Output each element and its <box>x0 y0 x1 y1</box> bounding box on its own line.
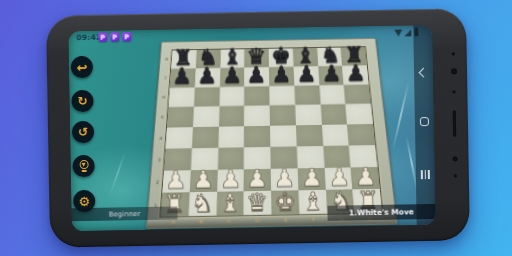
caustic-streak <box>109 151 125 194</box>
android-nav-bar <box>413 25 435 225</box>
square-e6[interactable] <box>269 86 295 106</box>
notification-app-icon: P <box>98 33 107 42</box>
notification-app-icon: P <box>122 32 131 41</box>
back-icon: ↩ <box>76 60 87 73</box>
bezel-sensor-dot <box>454 175 457 178</box>
piece-white-knight[interactable]: ♞ <box>188 191 216 216</box>
move-status-label: 1.White's Move <box>349 207 414 217</box>
square-g6[interactable] <box>319 85 346 105</box>
square-d5[interactable] <box>244 106 270 127</box>
square-b6[interactable] <box>194 87 220 107</box>
square-d7[interactable]: ♟ <box>244 67 269 86</box>
square-f4[interactable] <box>296 125 323 146</box>
square-h7[interactable]: ♟ <box>342 65 368 84</box>
square-g4[interactable] <box>321 124 348 145</box>
square-f7[interactable]: ♟ <box>293 66 319 85</box>
piece-black-pawn[interactable]: ♟ <box>194 65 219 88</box>
piece-white-bishop[interactable]: ♝ <box>216 190 244 215</box>
nav-back-button[interactable] <box>414 69 433 76</box>
rank-label: 5 <box>157 107 166 128</box>
piece-black-pawn[interactable]: ♟ <box>244 64 269 87</box>
earpiece-speaker <box>453 111 456 137</box>
rank-label: 7 <box>161 68 170 87</box>
redo-icon: ↻ <box>77 95 87 107</box>
bezel-sensor-dot <box>453 157 458 162</box>
wifi-icon <box>394 29 402 36</box>
move-status-badge: 1.White's Move <box>327 204 435 221</box>
piece-black-pawn[interactable]: ♟ <box>294 63 319 86</box>
signal-icon <box>404 29 411 36</box>
rank-label: 4 <box>156 128 166 149</box>
bezel-sensor-dot <box>452 53 455 56</box>
square-g7[interactable]: ♟ <box>318 66 344 85</box>
square-d4[interactable] <box>244 126 270 147</box>
file-label: D <box>243 216 271 225</box>
piece-black-pawn[interactable]: ♟ <box>319 62 344 85</box>
square-c5[interactable] <box>218 106 244 127</box>
square-a7[interactable]: ♟ <box>170 68 196 87</box>
piece-black-pawn[interactable]: ♟ <box>269 63 294 86</box>
piece-white-king[interactable]: ♚ <box>271 189 299 214</box>
square-f6[interactable] <box>294 85 320 105</box>
front-camera <box>450 69 456 75</box>
square-e5[interactable] <box>270 105 296 126</box>
piece-black-pawn[interactable]: ♟ <box>219 64 244 87</box>
rank-label: 6 <box>159 87 168 107</box>
square-c1[interactable]: ♝ <box>216 192 244 216</box>
piece-black-pawn[interactable]: ♟ <box>169 65 194 88</box>
app-screen: 09:42 PPP ··· ↩↻↺⚙ ♜♞♝♛♚♝♞♜♟♟♟♟♟♟♟♟♟♟♟♟♟… <box>68 25 435 231</box>
square-d1[interactable]: ♛ <box>244 191 272 215</box>
bezel-sensor-dot <box>452 91 455 94</box>
board-squares: ♜♞♝♛♚♝♞♜♟♟♟♟♟♟♟♟♟♟♟♟♟♟♟♟♜♞♝♛♚♝♞♜ <box>160 46 384 217</box>
settings-icon: ⚙ <box>78 194 90 207</box>
chess-board[interactable]: ♜♞♝♛♚♝♞♜♟♟♟♟♟♟♟♟♟♟♟♟♟♟♟♟♜♞♝♛♚♝♞♜ ABCDEFG… <box>146 38 398 229</box>
piece-white-queen[interactable]: ♛ <box>243 190 271 215</box>
square-a5[interactable] <box>167 107 194 128</box>
board-scene: ♜♞♝♛♚♝♞♜♟♟♟♟♟♟♟♟♟♟♟♟♟♟♟♟♜♞♝♛♚♝♞♜ ABCDEFG… <box>148 32 391 220</box>
square-f1[interactable]: ♝ <box>298 190 327 214</box>
notification-app-icon: P <box>110 32 119 41</box>
undo-icon: ↺ <box>78 126 88 138</box>
square-e7[interactable]: ♟ <box>269 67 294 86</box>
hint-icon <box>79 160 88 172</box>
nav-home-button[interactable] <box>415 117 434 126</box>
square-f5[interactable] <box>295 105 322 126</box>
file-label: F <box>300 215 329 224</box>
phone-frame: 09:42 PPP ··· ↩↻↺⚙ ♜♞♝♛♚♝♞♜♟♟♟♟♟♟♟♟♟♟♟♟♟… <box>46 8 470 247</box>
square-b4[interactable] <box>192 127 219 148</box>
nav-recents-icon <box>421 170 431 179</box>
nav-back-icon <box>419 68 429 78</box>
undo-button[interactable]: ↺ <box>72 121 94 143</box>
square-b1[interactable]: ♞ <box>188 192 216 216</box>
square-e4[interactable] <box>270 125 297 146</box>
square-c6[interactable] <box>219 86 244 106</box>
file-label: B <box>187 217 215 226</box>
notification-icons: PPP <box>98 32 131 42</box>
square-d6[interactable] <box>244 86 269 106</box>
rank-label: 2 <box>152 171 162 194</box>
notification-overflow: ··· <box>142 32 152 40</box>
redo-button[interactable]: ↻ <box>71 90 93 112</box>
square-e1[interactable]: ♚ <box>271 191 299 215</box>
square-b5[interactable] <box>193 106 219 127</box>
difficulty-label: Beginner <box>109 210 141 219</box>
nav-home-icon <box>420 117 429 126</box>
hint-button[interactable] <box>72 155 94 177</box>
nav-recents-button[interactable] <box>416 170 435 179</box>
square-c7[interactable]: ♟ <box>220 67 245 86</box>
piece-white-bishop[interactable]: ♝ <box>299 189 327 214</box>
difficulty-badge: Beginner <box>71 206 177 221</box>
square-h4[interactable] <box>347 124 375 145</box>
square-h6[interactable] <box>344 84 371 104</box>
piece-black-pawn[interactable]: ♟ <box>343 62 368 85</box>
square-h5[interactable] <box>346 104 373 125</box>
file-label: C <box>215 217 243 226</box>
square-a6[interactable] <box>168 87 194 107</box>
square-a4[interactable] <box>165 127 192 148</box>
square-b7[interactable]: ♟ <box>195 68 220 87</box>
back-button[interactable]: ↩ <box>71 56 93 78</box>
square-g5[interactable] <box>320 104 347 125</box>
square-c4[interactable] <box>218 126 244 147</box>
file-label: E <box>272 216 300 225</box>
